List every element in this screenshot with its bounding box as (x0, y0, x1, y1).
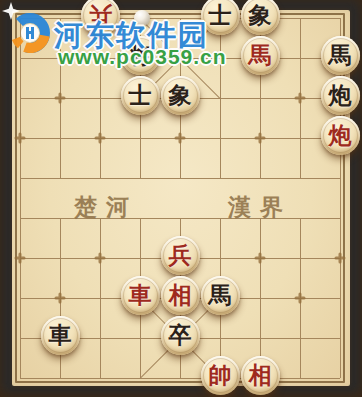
piece-glyph: 卒 (169, 324, 192, 347)
position-marker (295, 293, 306, 304)
piece-glyph: 車 (129, 284, 152, 307)
piece-red-cannon[interactable]: 炮 (321, 116, 360, 155)
piece-black-cannon[interactable]: 炮 (321, 76, 360, 115)
piece-black-chariot[interactable]: 車 (41, 316, 80, 355)
position-marker (175, 133, 186, 144)
piece-glyph: 馬 (249, 44, 272, 67)
watermark-site-url: www.pc0359.cn (58, 45, 227, 69)
river-label-chu: 楚河 (74, 192, 138, 223)
piece-red-elephant[interactable]: 相 (241, 356, 280, 395)
piece-black-horse[interactable]: 馬 (201, 276, 240, 315)
position-marker (55, 293, 66, 304)
position-marker (255, 253, 266, 264)
piece-glyph: 炮 (329, 124, 352, 147)
piece-glyph: 象 (169, 84, 192, 107)
piece-red-soldier[interactable]: 兵 (161, 236, 200, 275)
position-marker (255, 133, 266, 144)
piece-glyph: 炮 (329, 84, 352, 107)
piece-black-elephant[interactable]: 象 (241, 0, 280, 35)
piece-black-advisor[interactable]: 士 (121, 76, 160, 115)
piece-red-general[interactable]: 帥 (201, 356, 240, 395)
piece-glyph: 車 (49, 324, 72, 347)
position-marker (295, 93, 306, 104)
piece-red-chariot[interactable]: 車 (121, 276, 160, 315)
hedong-logo-icon (1, 1, 55, 59)
piece-glyph: 象 (249, 4, 272, 27)
piece-glyph: 兵 (169, 244, 192, 267)
piece-glyph: 士 (209, 4, 232, 27)
piece-glyph: 相 (249, 364, 272, 387)
piece-red-horse[interactable]: 馬 (241, 36, 280, 75)
piece-glyph: 馬 (329, 44, 352, 67)
piece-red-elephant[interactable]: 相 (161, 276, 200, 315)
position-marker (15, 133, 26, 144)
river-label-han: 漢界 (228, 192, 292, 223)
piece-black-elephant[interactable]: 象 (161, 76, 200, 115)
piece-glyph: 士 (129, 84, 152, 107)
piece-glyph: 相 (169, 284, 192, 307)
position-marker (15, 253, 26, 264)
xiangqi-board: 楚河 漢界 兵士象将馬馬士象炮炮兵車相馬車卒帥相 河东软件园 www.pc035… (0, 0, 362, 397)
position-marker (95, 133, 106, 144)
piece-black-horse[interactable]: 馬 (321, 36, 360, 75)
position-marker (55, 93, 66, 104)
piece-glyph: 馬 (209, 284, 232, 307)
position-marker (95, 253, 106, 264)
piece-glyph: 帥 (209, 364, 232, 387)
position-marker (335, 253, 346, 264)
piece-black-soldier[interactable]: 卒 (161, 316, 200, 355)
